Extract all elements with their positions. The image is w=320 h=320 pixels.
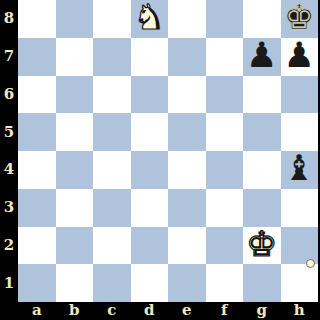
square-h8[interactable]: ♚ bbox=[281, 0, 319, 38]
square-a8[interactable] bbox=[18, 0, 56, 38]
rank-labels: 87654321 bbox=[0, 0, 18, 302]
square-f1[interactable] bbox=[206, 264, 244, 302]
square-h3[interactable] bbox=[281, 189, 319, 227]
square-b8[interactable] bbox=[56, 0, 94, 38]
square-b6[interactable] bbox=[56, 76, 94, 114]
white-king[interactable]: ♚ bbox=[246, 227, 277, 262]
square-g5[interactable] bbox=[243, 113, 281, 151]
square-c4[interactable] bbox=[93, 151, 131, 189]
square-g1[interactable] bbox=[243, 264, 281, 302]
rank-label-1: 1 bbox=[0, 264, 18, 302]
square-f7[interactable] bbox=[206, 38, 244, 76]
square-h1[interactable] bbox=[281, 264, 319, 302]
square-e1[interactable] bbox=[168, 264, 206, 302]
file-label-b: b bbox=[56, 302, 94, 320]
square-b2[interactable] bbox=[56, 227, 94, 265]
square-e3[interactable] bbox=[168, 189, 206, 227]
square-e8[interactable] bbox=[168, 0, 206, 38]
square-b4[interactable] bbox=[56, 151, 94, 189]
square-b3[interactable] bbox=[56, 189, 94, 227]
square-h4[interactable]: ♝ bbox=[281, 151, 319, 189]
file-label-h: h bbox=[281, 302, 319, 320]
white-knight[interactable]: ♞ bbox=[134, 0, 165, 35]
file-label-d: d bbox=[131, 302, 169, 320]
square-e6[interactable] bbox=[168, 76, 206, 114]
square-f5[interactable] bbox=[206, 113, 244, 151]
square-g8[interactable] bbox=[243, 0, 281, 38]
square-c1[interactable] bbox=[93, 264, 131, 302]
square-g3[interactable] bbox=[243, 189, 281, 227]
rank-label-3: 3 bbox=[0, 189, 18, 227]
square-f6[interactable] bbox=[206, 76, 244, 114]
file-label-g: g bbox=[243, 302, 281, 320]
square-f2[interactable] bbox=[206, 227, 244, 265]
square-a6[interactable] bbox=[18, 76, 56, 114]
black-king[interactable]: ♚ bbox=[284, 0, 315, 35]
square-c2[interactable] bbox=[93, 227, 131, 265]
square-c5[interactable] bbox=[93, 113, 131, 151]
square-g2[interactable]: ♚ bbox=[243, 227, 281, 265]
square-c7[interactable] bbox=[93, 38, 131, 76]
square-g7[interactable]: ♟ bbox=[243, 38, 281, 76]
rank-label-2: 2 bbox=[0, 227, 18, 265]
white-to-move-indicator bbox=[306, 259, 315, 268]
square-a1[interactable] bbox=[18, 264, 56, 302]
file-label-c: c bbox=[93, 302, 131, 320]
square-h5[interactable] bbox=[281, 113, 319, 151]
rank-label-6: 6 bbox=[0, 76, 18, 114]
chess-board[interactable]: ♞♚♟♟♝♚ bbox=[18, 0, 318, 302]
rank-label-8: 8 bbox=[0, 0, 18, 38]
square-d8[interactable]: ♞ bbox=[131, 0, 169, 38]
square-f4[interactable] bbox=[206, 151, 244, 189]
square-c6[interactable] bbox=[93, 76, 131, 114]
file-label-a: a bbox=[18, 302, 56, 320]
square-e5[interactable] bbox=[168, 113, 206, 151]
rank-label-4: 4 bbox=[0, 151, 18, 189]
square-h7[interactable]: ♟ bbox=[281, 38, 319, 76]
square-a5[interactable] bbox=[18, 113, 56, 151]
square-d2[interactable] bbox=[131, 227, 169, 265]
black-pawn[interactable]: ♟ bbox=[246, 38, 277, 73]
square-d3[interactable] bbox=[131, 189, 169, 227]
square-e2[interactable] bbox=[168, 227, 206, 265]
file-labels: abcdefgh bbox=[18, 302, 318, 320]
square-a2[interactable] bbox=[18, 227, 56, 265]
square-c8[interactable] bbox=[93, 0, 131, 38]
square-g4[interactable] bbox=[243, 151, 281, 189]
square-f3[interactable] bbox=[206, 189, 244, 227]
square-d6[interactable] bbox=[131, 76, 169, 114]
square-h6[interactable] bbox=[281, 76, 319, 114]
square-a4[interactable] bbox=[18, 151, 56, 189]
square-e7[interactable] bbox=[168, 38, 206, 76]
square-d5[interactable] bbox=[131, 113, 169, 151]
square-a7[interactable] bbox=[18, 38, 56, 76]
black-pawn[interactable]: ♟ bbox=[284, 38, 315, 73]
rank-label-7: 7 bbox=[0, 38, 18, 76]
square-b5[interactable] bbox=[56, 113, 94, 151]
square-d7[interactable] bbox=[131, 38, 169, 76]
square-g6[interactable] bbox=[243, 76, 281, 114]
file-label-f: f bbox=[206, 302, 244, 320]
square-b1[interactable] bbox=[56, 264, 94, 302]
file-label-e: e bbox=[168, 302, 206, 320]
square-c3[interactable] bbox=[93, 189, 131, 227]
square-b7[interactable] bbox=[56, 38, 94, 76]
square-a3[interactable] bbox=[18, 189, 56, 227]
rank-label-5: 5 bbox=[0, 113, 18, 151]
chess-diagram: 87654321 ♞♚♟♟♝♚ abcdefgh bbox=[0, 0, 320, 320]
square-e4[interactable] bbox=[168, 151, 206, 189]
square-f8[interactable] bbox=[206, 0, 244, 38]
square-d4[interactable] bbox=[131, 151, 169, 189]
square-d1[interactable] bbox=[131, 264, 169, 302]
black-bishop[interactable]: ♝ bbox=[284, 151, 315, 186]
